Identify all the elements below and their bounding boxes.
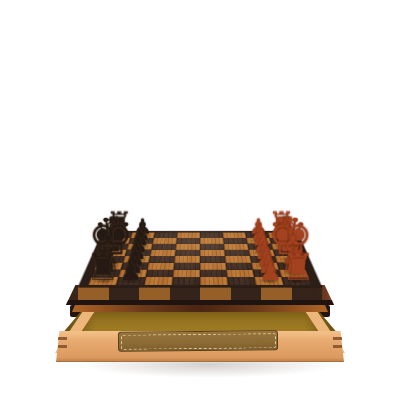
square[interactable]	[174, 263, 200, 270]
square[interactable]	[150, 250, 176, 256]
square[interactable]	[200, 277, 228, 285]
square[interactable]	[224, 250, 250, 256]
square[interactable]	[226, 270, 254, 277]
square[interactable]	[200, 270, 227, 277]
square[interactable]: ♟	[254, 277, 284, 285]
square[interactable]	[175, 250, 200, 256]
drawer-finger-joints-left	[58, 337, 67, 353]
square[interactable]	[225, 256, 251, 263]
square[interactable]	[226, 263, 253, 270]
square[interactable]	[200, 256, 226, 263]
square[interactable]	[173, 270, 200, 277]
square[interactable]	[144, 277, 173, 285]
square[interactable]	[227, 277, 256, 285]
square[interactable]	[200, 263, 226, 270]
drawer-handle[interactable]	[118, 330, 278, 352]
square[interactable]	[151, 244, 176, 250]
square[interactable]: ♟	[116, 277, 146, 285]
square[interactable]	[176, 244, 200, 250]
square[interactable]	[172, 277, 200, 285]
drawer-finger-joints-right	[333, 337, 342, 353]
square[interactable]	[200, 244, 224, 250]
board-grid: ♜♟♟♜♞♟♟♞♝♟♟♝♛♟♟♛♚♟♟♚♝♟♟♝♞♟♟♞♜♟♟♜	[88, 233, 311, 285]
piece-red-pawn[interactable]: ♟	[258, 259, 281, 285]
square[interactable]: ♜	[88, 277, 118, 285]
square[interactable]	[149, 256, 175, 263]
chessboard: ♜♟♟♜♞♟♟♞♝♟♟♝♛♟♟♛♚♟♟♚♝♟♟♝♞♟♟♞♜♟♟♜	[78, 231, 322, 288]
square[interactable]	[147, 263, 174, 270]
piece-black-rook[interactable]: ♜	[86, 248, 119, 285]
piece-black-pawn[interactable]: ♟	[119, 259, 142, 285]
square[interactable]: ♜	[281, 277, 311, 285]
square[interactable]	[174, 256, 200, 263]
chess-set-photo: ♜♟♟♜♞♟♟♞♝♟♟♝♛♟♟♛♚♟♟♚♝♟♟♝♞♟♟♞♜♟♟♜	[0, 0, 400, 400]
piece-red-rook[interactable]: ♜	[281, 248, 314, 285]
square[interactable]	[224, 244, 249, 250]
square[interactable]	[146, 270, 174, 277]
square[interactable]	[200, 250, 225, 256]
